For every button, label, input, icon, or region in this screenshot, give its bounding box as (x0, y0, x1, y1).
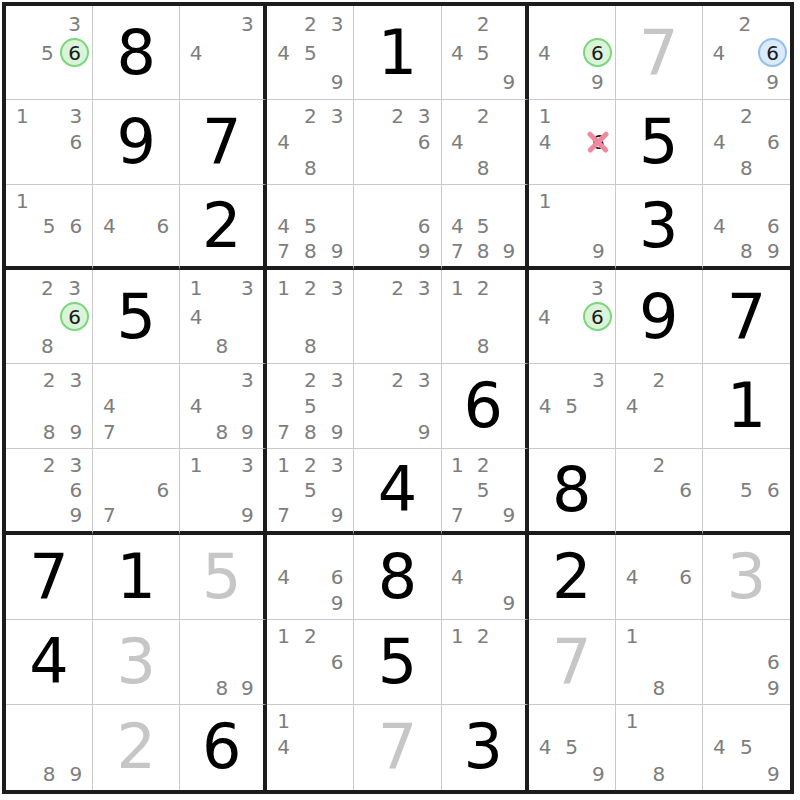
candidate-6: 6 (324, 649, 351, 675)
candidate-9: 9 (324, 590, 351, 616)
sudoku-app: 3568342345912459469724691369723482362481… (0, 0, 800, 800)
cell-r3c3[interactable]: 2 (180, 185, 267, 270)
cell-r2c7[interactable]: 146 (529, 100, 616, 185)
placed-digit: 4 (378, 459, 417, 521)
cell-r2c5[interactable]: 236 (354, 100, 441, 185)
candidate-9: 9 (62, 503, 89, 528)
placed-digit: 1 (378, 22, 417, 84)
candidate-6: 6 (760, 477, 787, 502)
cell-r6c8[interactable]: 26 (616, 449, 703, 534)
solver-digit: 3 (116, 631, 155, 693)
candidate-9: 9 (496, 503, 522, 528)
placed-digit: 2 (552, 546, 591, 608)
candidate-6: 6 (411, 213, 438, 238)
candidate-2: 2 (645, 452, 672, 477)
candidate-9: 9 (585, 238, 612, 263)
cell-r4c3[interactable]: 1348 (180, 270, 267, 364)
candidate-4: 4 (270, 38, 297, 67)
candidate-5: 5 (733, 477, 760, 502)
cell-r3c9[interactable]: 4689 (703, 185, 790, 270)
candidate-6-green-circle: 6 (60, 302, 89, 331)
candidate-2: 2 (297, 273, 324, 302)
cell-r6c2[interactable]: 67 (93, 449, 180, 534)
candidate-6: 6 (150, 477, 177, 502)
candidate-1: 1 (270, 273, 297, 302)
cell-r5c3[interactable]: 3489 (180, 364, 267, 449)
candidate-4: 4 (445, 564, 471, 590)
placed-digit: 5 (116, 286, 155, 348)
cell-r4c6[interactable]: 128 (442, 270, 529, 364)
cell-r9c5[interactable]: 7 (354, 705, 441, 790)
cell-r7c3[interactable]: 5 (180, 535, 267, 620)
cell-r9c2[interactable]: 2 (93, 705, 180, 790)
candidate-5: 5 (470, 477, 496, 502)
cell-r5c1[interactable]: 2389 (6, 364, 93, 449)
candidate-2: 2 (470, 9, 496, 38)
cell-r4c7[interactable]: 346 (529, 270, 616, 364)
cell-r5c2[interactable]: 47 (93, 364, 180, 449)
cell-r6c5[interactable]: 4 (354, 449, 441, 534)
candidate-8: 8 (36, 761, 63, 787)
cell-r9c9[interactable]: 459 (703, 705, 790, 790)
candidate-8: 8 (209, 419, 235, 445)
cell-r7c8[interactable]: 46 (616, 535, 703, 620)
candidate-9: 9 (235, 503, 261, 528)
candidate-4: 4 (706, 734, 733, 760)
cell-r1c8[interactable]: 7 (616, 6, 703, 100)
candidate-2: 2 (297, 103, 324, 129)
candidate-4: 4 (532, 302, 558, 331)
candidate-1: 1 (445, 273, 471, 302)
candidate-4: 4 (183, 302, 209, 331)
candidate-6-green-circle: 6 (583, 38, 612, 67)
sudoku-board: 3568342345912459469724691369723482362481… (2, 2, 794, 794)
candidate-1: 1 (445, 623, 471, 649)
candidate-8: 8 (209, 331, 235, 360)
placed-digit: 5 (378, 631, 417, 693)
candidate-5: 5 (470, 213, 496, 238)
candidate-3: 3 (235, 273, 261, 302)
candidate-9: 9 (324, 238, 351, 263)
cell-r2c6[interactable]: 248 (442, 100, 529, 185)
candidate-1: 1 (9, 188, 36, 213)
cell-r7c6[interactable]: 49 (442, 535, 529, 620)
cell-r8c7[interactable]: 7 (529, 620, 616, 705)
candidate-4: 4 (270, 564, 297, 590)
cell-r4c9[interactable]: 7 (703, 270, 790, 364)
cell-r1c4[interactable]: 23459 (267, 6, 354, 100)
cell-r9c4[interactable]: 14 (267, 705, 354, 790)
cell-r8c2[interactable]: 3 (93, 620, 180, 705)
candidate-4: 4 (270, 213, 297, 238)
cell-r4c8[interactable]: 9 (616, 270, 703, 364)
candidate-4: 4 (270, 129, 297, 155)
candidate-9: 9 (411, 238, 438, 263)
candidate-2: 2 (470, 273, 496, 302)
candidate-5: 5 (558, 734, 585, 760)
placed-digit: 3 (463, 716, 502, 778)
cell-r1c3[interactable]: 34 (180, 6, 267, 100)
candidate-2: 2 (35, 273, 61, 302)
cell-r1c9[interactable]: 2469 (703, 6, 790, 100)
candidate-4: 4 (532, 129, 559, 155)
candidate-5: 5 (297, 38, 324, 67)
cell-r2c4[interactable]: 2348 (267, 100, 354, 185)
cell-r4c5[interactable]: 23 (354, 270, 441, 364)
cell-r8c4[interactable]: 126 (267, 620, 354, 705)
candidate-1: 1 (9, 103, 36, 129)
candidate-4: 4 (270, 734, 297, 760)
candidate-1: 1 (270, 623, 297, 649)
placed-digit: 6 (463, 375, 502, 437)
candidate-8: 8 (470, 155, 496, 181)
candidate-5: 5 (733, 734, 760, 760)
candidate-8: 8 (733, 238, 760, 263)
candidate-5: 5 (35, 38, 61, 67)
solver-digit: 5 (202, 546, 241, 608)
cell-r8c6[interactable]: 12 (442, 620, 529, 705)
candidate-4: 4 (706, 38, 732, 67)
candidate-2: 2 (384, 367, 411, 393)
candidate-9: 9 (585, 761, 612, 787)
cell-r5c4[interactable]: 235789 (267, 364, 354, 449)
candidate-3: 3 (60, 9, 89, 38)
candidate-6: 6 (760, 213, 787, 238)
candidate-7: 7 (445, 503, 471, 528)
candidate-8: 8 (35, 331, 61, 360)
candidate-9: 9 (235, 419, 261, 445)
candidate-1: 1 (619, 708, 646, 734)
cell-r8c1[interactable]: 4 (6, 620, 93, 705)
candidate-6: 6 (760, 649, 787, 675)
candidate-8: 8 (645, 761, 672, 787)
candidate-8: 8 (470, 331, 496, 360)
cell-r9c7[interactable]: 459 (529, 705, 616, 790)
candidate-9: 9 (324, 67, 351, 96)
solver-digit: 2 (116, 716, 155, 778)
candidate-8: 8 (297, 331, 324, 360)
solver-digit: 7 (639, 22, 678, 84)
candidate-3: 3 (235, 367, 261, 393)
candidate-8: 8 (645, 675, 672, 701)
candidate-4: 4 (706, 129, 733, 155)
cell-r5c9[interactable]: 1 (703, 364, 790, 449)
candidate-4: 4 (445, 38, 471, 67)
placed-digit: 7 (29, 546, 68, 608)
candidate-1: 1 (183, 452, 209, 477)
cell-r7c5[interactable]: 8 (354, 535, 441, 620)
cell-r6c7[interactable]: 8 (529, 449, 616, 534)
candidate-7: 7 (445, 238, 471, 263)
candidate-4: 4 (619, 393, 646, 419)
cell-r9c6[interactable]: 3 (442, 705, 529, 790)
candidate-6: 6 (760, 129, 787, 155)
candidate-5: 5 (297, 477, 324, 502)
cell-r6c3[interactable]: 139 (180, 449, 267, 534)
cell-r9c1[interactable]: 89 (6, 705, 93, 790)
candidate-6: 6 (411, 129, 438, 155)
solver-digit: 7 (378, 716, 417, 778)
candidate-4: 4 (183, 38, 209, 67)
cell-r8c5[interactable]: 5 (354, 620, 441, 705)
candidate-3: 3 (324, 103, 351, 129)
solver-digit: 7 (552, 631, 591, 693)
candidate-4: 4 (445, 129, 471, 155)
candidate-3: 3 (235, 9, 261, 38)
candidate-6: 6 (324, 564, 351, 590)
candidate-7: 7 (96, 503, 123, 528)
candidate-7: 7 (270, 238, 297, 263)
candidate-4: 4 (445, 213, 471, 238)
cell-r1c5[interactable]: 1 (354, 6, 441, 100)
placed-digit: 7 (727, 286, 766, 348)
candidate-9: 9 (62, 419, 89, 445)
candidate-3: 3 (62, 367, 89, 393)
candidate-5: 5 (558, 393, 585, 419)
candidate-3: 3 (411, 367, 438, 393)
placed-digit: 3 (639, 195, 678, 257)
candidate-2: 2 (732, 9, 758, 38)
cell-r4c1[interactable]: 2368 (6, 270, 93, 364)
cell-r1c6[interactable]: 2459 (442, 6, 529, 100)
placed-digit: 2 (202, 195, 241, 257)
cell-r3c5[interactable]: 69 (354, 185, 441, 270)
candidate-8: 8 (36, 419, 63, 445)
placed-digit: 9 (639, 286, 678, 348)
placed-digit: 5 (639, 111, 678, 173)
candidate-9: 9 (235, 675, 261, 701)
cell-r3c7[interactable]: 19 (529, 185, 616, 270)
candidate-3: 3 (60, 273, 89, 302)
placed-digit: 7 (202, 111, 241, 173)
candidate-9: 9 (62, 761, 89, 787)
candidate-4: 4 (96, 393, 123, 419)
cell-r6c6[interactable]: 12579 (442, 449, 529, 534)
candidate-1: 1 (445, 452, 471, 477)
candidate-9: 9 (760, 675, 787, 701)
cell-r4c4[interactable]: 1238 (267, 270, 354, 364)
candidate-3: 3 (585, 367, 612, 393)
candidate-2: 2 (36, 452, 63, 477)
candidate-8: 8 (297, 155, 324, 181)
cell-r2c9[interactable]: 2468 (703, 100, 790, 185)
cell-r5c8[interactable]: 24 (616, 364, 703, 449)
candidate-4: 4 (706, 213, 733, 238)
candidate-2: 2 (470, 623, 496, 649)
candidate-2: 2 (470, 452, 496, 477)
candidate-2: 2 (733, 103, 760, 129)
candidate-7: 7 (270, 503, 297, 528)
candidate-5: 5 (36, 213, 63, 238)
cell-r1c2[interactable]: 8 (93, 6, 180, 100)
cell-r1c1[interactable]: 356 (6, 6, 93, 100)
candidate-3: 3 (235, 452, 261, 477)
candidate-5: 5 (297, 393, 324, 419)
cell-r5c5[interactable]: 239 (354, 364, 441, 449)
candidate-1: 1 (270, 452, 297, 477)
candidate-6: 6 (62, 213, 89, 238)
candidate-8: 8 (297, 238, 324, 263)
cell-r3c2[interactable]: 46 (93, 185, 180, 270)
candidate-9: 9 (324, 503, 351, 528)
candidate-9: 9 (496, 590, 522, 616)
cell-r4c2[interactable]: 5 (93, 270, 180, 364)
candidate-3: 3 (62, 103, 89, 129)
candidate-5: 5 (470, 38, 496, 67)
candidate-9: 9 (411, 419, 438, 445)
placed-digit: 8 (116, 22, 155, 84)
candidate-2: 2 (297, 452, 324, 477)
candidate-9: 9 (496, 67, 522, 96)
cell-r6c1[interactable]: 2369 (6, 449, 93, 534)
cell-r1c7[interactable]: 469 (529, 6, 616, 100)
cell-r3c1[interactable]: 156 (6, 185, 93, 270)
cell-r8c3[interactable]: 89 (180, 620, 267, 705)
candidate-5: 5 (297, 213, 324, 238)
cell-r7c9[interactable]: 3 (703, 535, 790, 620)
candidate-1: 1 (270, 708, 297, 734)
candidate-6: 6 (62, 129, 89, 155)
candidate-9: 9 (760, 238, 787, 263)
candidate-1: 1 (619, 623, 646, 649)
candidate-1: 1 (532, 188, 559, 213)
candidate-3: 3 (324, 452, 351, 477)
placed-digit: 1 (727, 375, 766, 437)
cell-r3c4[interactable]: 45789 (267, 185, 354, 270)
candidate-9: 9 (760, 761, 787, 787)
cell-r6c4[interactable]: 123579 (267, 449, 354, 534)
placed-digit: 4 (29, 631, 68, 693)
candidate-2: 2 (36, 367, 63, 393)
cell-r2c3[interactable]: 7 (180, 100, 267, 185)
candidate-9: 9 (496, 238, 522, 263)
candidate-3: 3 (411, 273, 438, 302)
candidate-6-green-circle: 6 (60, 38, 89, 67)
candidate-8: 8 (470, 238, 496, 263)
candidate-2: 2 (384, 103, 411, 129)
candidate-3: 3 (324, 367, 351, 393)
cell-r9c8[interactable]: 18 (616, 705, 703, 790)
cell-r8c9[interactable]: 69 (703, 620, 790, 705)
cell-r2c8[interactable]: 5 (616, 100, 703, 185)
candidate-6: 6 (672, 477, 699, 502)
placed-digit: 8 (378, 546, 417, 608)
candidate-1: 1 (183, 273, 209, 302)
cell-r7c1[interactable]: 7 (6, 535, 93, 620)
candidate-3: 3 (324, 273, 351, 302)
cell-r5c7[interactable]: 345 (529, 364, 616, 449)
candidate-4: 4 (183, 393, 209, 419)
solver-digit: 3 (727, 546, 766, 608)
candidate-9: 9 (324, 419, 351, 445)
candidate-1: 1 (532, 103, 559, 129)
candidate-4: 4 (96, 213, 123, 238)
candidate-6: 6 (62, 477, 89, 502)
cell-r6c9[interactable]: 56 (703, 449, 790, 534)
cell-r3c8[interactable]: 3 (616, 185, 703, 270)
cell-r3c6[interactable]: 45789 (442, 185, 529, 270)
cell-r2c2[interactable]: 9 (93, 100, 180, 185)
placed-digit: 6 (202, 716, 241, 778)
cell-r9c3[interactable]: 6 (180, 705, 267, 790)
candidate-6-blue-circle: 6 (758, 38, 787, 67)
candidate-6-crossed-out: 6 (585, 129, 612, 155)
candidate-9: 9 (758, 67, 787, 96)
cell-r8c8[interactable]: 18 (616, 620, 703, 705)
candidate-4: 4 (532, 38, 558, 67)
cell-r5c6[interactable]: 6 (442, 364, 529, 449)
candidate-6: 6 (672, 564, 699, 590)
candidate-9: 9 (583, 67, 612, 96)
cell-r7c2[interactable]: 1 (93, 535, 180, 620)
candidate-8: 8 (209, 675, 235, 701)
candidate-2: 2 (297, 623, 324, 649)
candidate-7: 7 (96, 419, 123, 445)
candidate-3: 3 (583, 273, 612, 302)
placed-digit: 9 (116, 111, 155, 173)
placed-digit: 8 (552, 459, 591, 521)
candidate-2: 2 (297, 367, 324, 393)
candidate-2: 2 (384, 273, 411, 302)
candidate-2: 2 (470, 103, 496, 129)
candidate-6: 6 (150, 213, 177, 238)
candidate-6-green-circle: 6 (583, 302, 612, 331)
candidate-2: 2 (645, 367, 672, 393)
candidate-8: 8 (733, 155, 760, 181)
candidate-2: 2 (297, 9, 324, 38)
candidate-3: 3 (324, 9, 351, 38)
candidate-3: 3 (411, 103, 438, 129)
candidate-8: 8 (297, 419, 324, 445)
placed-digit: 1 (116, 546, 155, 608)
cell-r7c7[interactable]: 2 (529, 535, 616, 620)
candidate-4: 4 (619, 564, 646, 590)
candidate-3: 3 (62, 452, 89, 477)
candidate-4: 4 (532, 393, 559, 419)
cell-r7c4[interactable]: 469 (267, 535, 354, 620)
cell-r2c1[interactable]: 136 (6, 100, 93, 185)
candidate-7: 7 (270, 419, 297, 445)
candidate-4: 4 (532, 734, 559, 760)
